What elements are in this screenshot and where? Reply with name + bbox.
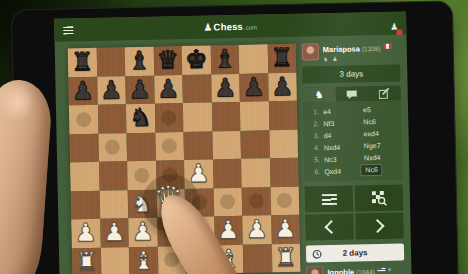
black-bishop[interactable]: ♝: [125, 47, 154, 76]
move-list: 1.e4e52.Nf3Nc63.d4exd44.Nxd4Nge75.Nc3Nxd…: [303, 101, 403, 182]
opponent-avatar[interactable]: [302, 43, 319, 60]
white-move[interactable]: Nxd4: [324, 143, 358, 151]
black-move[interactable]: Nc6: [359, 117, 380, 127]
square-a3[interactable]: [71, 190, 100, 219]
square-b5[interactable]: [98, 133, 127, 162]
black-knight[interactable]: ♞: [126, 104, 155, 133]
square-e4[interactable]: ♟: [184, 159, 213, 188]
square-h8[interactable]: ♜: [267, 44, 296, 73]
black-queen[interactable]: ♛: [153, 46, 182, 75]
menu-icon[interactable]: [63, 26, 73, 34]
chat-bubble-icon: [346, 89, 358, 99]
app-screen: ♟ Chess .com ♟ ♜♝♛♚♝♜♟♟♟♟♟♟♟♞♟♞♟♟♟♟♟♟♜♝♚…: [54, 11, 412, 274]
white-pawn[interactable]: ♟: [71, 219, 100, 248]
white-pawn[interactable]: ♟: [184, 159, 213, 188]
square-f3[interactable]: [213, 187, 242, 216]
move-number: 2.: [303, 120, 319, 127]
player-rating: (1044): [356, 268, 375, 274]
white-pawn[interactable]: ♟: [100, 218, 129, 247]
square-d4[interactable]: [156, 160, 185, 189]
black-rook[interactable]: ♜: [267, 44, 296, 73]
notifications-button[interactable]: ♟: [390, 16, 398, 34]
square-b2[interactable]: ♟: [100, 218, 129, 247]
square-e6[interactable]: [183, 102, 212, 131]
black-move[interactable]: Nge7: [360, 141, 385, 152]
square-e7[interactable]: [182, 74, 211, 103]
square-a5[interactable]: [70, 133, 99, 162]
black-pawn[interactable]: ♟: [268, 72, 297, 101]
square-h6[interactable]: [268, 101, 297, 130]
analysis-button[interactable]: [355, 184, 404, 211]
logo-text: Chess: [213, 21, 243, 33]
chevron-right-icon: [370, 219, 384, 233]
white-pawn[interactable]: ♟: [271, 215, 300, 244]
logo-pawn-icon: ♟: [203, 22, 212, 32]
notification-badge: [396, 29, 402, 35]
chesscom-logo[interactable]: ♟ Chess .com: [203, 21, 257, 33]
promo-photo: ♟ Chess .com ♟ ♜♝♛♚♝♜♟♟♟♟♟♟♟♞♟♞♟♟♟♟♟♟♜♝♚…: [0, 0, 468, 274]
white-move[interactable]: e4: [323, 107, 357, 115]
square-g6[interactable]: [240, 101, 269, 130]
control-buttons: [305, 184, 404, 240]
player-row[interactable]: Ignoble(1044)♦ ♞ ♟: [306, 264, 404, 274]
square-f4[interactable]: [213, 159, 242, 188]
move-number: 1.: [303, 108, 319, 115]
opponent-timer-label: 3 days: [339, 69, 363, 78]
square-c5[interactable]: [126, 132, 155, 161]
square-d6[interactable]: [154, 103, 183, 132]
square-d5[interactable]: [155, 132, 184, 161]
square-g8[interactable]: [239, 44, 268, 73]
opponent-rating: (1336): [362, 45, 381, 52]
square-h7[interactable]: ♟: [268, 72, 297, 101]
square-a6[interactable]: [69, 105, 98, 134]
square-b4[interactable]: [99, 161, 128, 190]
black-move[interactable]: e5: [359, 105, 375, 115]
black-move[interactable]: exd4: [359, 129, 382, 139]
chevron-left-icon: [324, 220, 338, 234]
square-a4[interactable]: [70, 162, 99, 191]
black-pawn[interactable]: ♟: [154, 75, 183, 104]
tab-moves[interactable]: ♞: [303, 87, 336, 103]
black-pawn[interactable]: ♟: [211, 73, 240, 102]
square-h1[interactable]: ♜: [271, 243, 300, 272]
previous-move-button[interactable]: [305, 214, 354, 241]
square-c7[interactable]: ♟: [125, 75, 154, 104]
knight-icon: ♞: [314, 89, 323, 101]
game-panel: Mariaposa(1336) ♞ ♟ 3 days ♞: [296, 34, 412, 274]
square-f5[interactable]: [212, 130, 241, 159]
square-h5[interactable]: [269, 129, 298, 158]
moves-list-button[interactable]: [305, 186, 354, 213]
player-timer-label: 2 days: [343, 248, 368, 258]
square-g1[interactable]: [243, 244, 272, 273]
square-b1[interactable]: [100, 247, 129, 274]
square-b6[interactable]: [97, 104, 126, 133]
square-a7[interactable]: ♟: [68, 76, 97, 105]
player-avatar[interactable]: [306, 266, 323, 274]
move-row: 6.Qxd4Nc6: [304, 164, 402, 178]
square-b8[interactable]: [96, 47, 125, 76]
black-pawn[interactable]: ♟: [68, 76, 97, 105]
white-bishop[interactable]: ♝: [129, 246, 158, 274]
next-move-button[interactable]: [355, 212, 404, 239]
black-move[interactable]: Nxd4: [360, 153, 385, 164]
black-move-current[interactable]: Nc6: [360, 164, 383, 176]
square-g5[interactable]: [240, 130, 269, 159]
panel-tabs: ♞: [303, 86, 401, 103]
black-bishop[interactable]: ♝: [210, 45, 239, 74]
square-h3[interactable]: [270, 186, 299, 215]
move-number: 5.: [304, 156, 320, 163]
square-h4[interactable]: [270, 158, 299, 187]
square-e8[interactable]: ♚: [182, 45, 211, 74]
compose-icon: [379, 88, 390, 99]
player-flag-icon: [378, 267, 386, 272]
opponent-name[interactable]: Mariaposa: [323, 44, 360, 54]
square-f7[interactable]: ♟: [211, 73, 240, 102]
square-c8[interactable]: ♝: [125, 47, 154, 76]
analysis-board-icon: [371, 190, 386, 205]
white-move[interactable]: d4: [324, 131, 358, 139]
square-g3[interactable]: [242, 187, 271, 216]
opponent-row[interactable]: Mariaposa(1336) ♞ ♟: [302, 42, 400, 64]
player-timer: 2 days: [306, 243, 404, 262]
tablet: ♟ Chess .com ♟ ♜♝♛♚♝♜♟♟♟♟♟♟♟♞♟♞♟♟♟♟♟♟♜♝♚…: [11, 0, 459, 274]
square-a8[interactable]: ♜: [68, 48, 97, 77]
square-c6[interactable]: ♞: [126, 104, 155, 133]
clock-icon: [312, 249, 322, 259]
white-rook[interactable]: ♜: [271, 243, 300, 272]
square-c1[interactable]: ♝: [129, 246, 158, 274]
white-rook[interactable]: ♜: [72, 247, 101, 274]
opponent-flag-icon: [384, 44, 392, 49]
opponent-timer: 3 days: [302, 65, 400, 84]
white-move[interactable]: Nf3: [323, 119, 357, 127]
premium-diamond-icon: ♦: [388, 266, 392, 273]
white-pawn[interactable]: ♟: [242, 215, 271, 244]
black-pawn[interactable]: ♟: [125, 75, 154, 104]
move-number: 6.: [304, 168, 320, 175]
square-a1[interactable]: ♜: [72, 247, 101, 274]
black-pawn[interactable]: ♟: [239, 73, 268, 102]
square-g2[interactable]: ♟: [242, 215, 271, 244]
square-h2[interactable]: ♟: [271, 215, 300, 244]
square-c4[interactable]: [127, 161, 156, 190]
black-pawn[interactable]: ♟: [97, 76, 126, 105]
square-g7[interactable]: ♟: [239, 73, 268, 102]
square-e5[interactable]: [183, 131, 212, 160]
square-f8[interactable]: ♝: [210, 45, 239, 74]
square-b7[interactable]: ♟: [97, 76, 126, 105]
white-move[interactable]: Qxd4: [324, 167, 358, 175]
square-d7[interactable]: ♟: [154, 75, 183, 104]
black-rook[interactable]: ♜: [68, 48, 97, 77]
square-a2[interactable]: ♟: [71, 219, 100, 248]
tab-chat[interactable]: [335, 86, 368, 102]
white-move[interactable]: Nc3: [324, 155, 358, 163]
square-f6[interactable]: [211, 102, 240, 131]
logo-tld: .com: [244, 25, 257, 31]
opponent-captured-pieces: ♞ ♟: [323, 54, 392, 63]
tab-share[interactable]: [368, 86, 401, 102]
black-king[interactable]: ♚: [182, 45, 211, 74]
square-b3[interactable]: [99, 190, 128, 219]
player-name[interactable]: Ignoble: [327, 268, 354, 274]
move-number: 3.: [304, 132, 320, 139]
square-g4[interactable]: [241, 158, 270, 187]
move-number: 4.: [304, 144, 320, 151]
square-d8[interactable]: ♛: [153, 46, 182, 75]
list-icon: [321, 193, 336, 204]
